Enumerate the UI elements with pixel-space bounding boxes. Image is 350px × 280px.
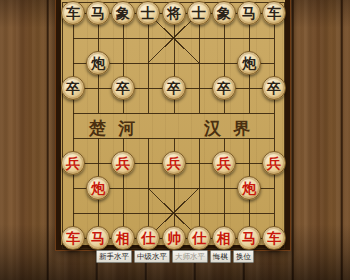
button-novice-level[interactable]: 新手水平: [96, 250, 132, 263]
xiangqi-game-screen: 楚河 汉界 车马象士将士象马车炮炮卒卒卒卒卒兵兵兵兵兵炮炮车马相仕帅仕相马车 新…: [0, 0, 350, 280]
piece-red-elephant-1[interactable]: 相: [111, 226, 135, 250]
piece-red-elephant-2[interactable]: 相: [212, 226, 236, 250]
piece-black-advisor-2[interactable]: 士: [187, 1, 211, 25]
piece-red-cannon-2[interactable]: 炮: [237, 176, 261, 200]
piece-black-cannon-1[interactable]: 炮: [86, 51, 110, 75]
piece-red-general[interactable]: 帅: [162, 226, 186, 250]
piece-red-rook-2[interactable]: 车: [262, 226, 286, 250]
piece-black-soldier-1[interactable]: 卒: [61, 76, 85, 100]
piece-red-horse-2[interactable]: 马: [237, 226, 261, 250]
piece-black-rook-1[interactable]: 车: [61, 1, 85, 25]
piece-red-advisor-2[interactable]: 仕: [187, 226, 211, 250]
piece-black-soldier-5[interactable]: 卒: [262, 76, 286, 100]
piece-red-cannon-1[interactable]: 炮: [86, 176, 110, 200]
piece-red-soldier-5[interactable]: 兵: [262, 151, 286, 175]
button-undo-move[interactable]: 悔棋: [210, 250, 231, 263]
piece-black-soldier-3[interactable]: 卒: [162, 76, 186, 100]
piece-black-general[interactable]: 将: [162, 1, 186, 25]
piece-red-soldier-3[interactable]: 兵: [162, 151, 186, 175]
piece-red-soldier-4[interactable]: 兵: [212, 151, 236, 175]
button-master-level: 大师水平: [172, 250, 208, 263]
piece-black-elephant-2[interactable]: 象: [212, 1, 236, 25]
piece-black-soldier-2[interactable]: 卒: [111, 76, 135, 100]
piece-black-rook-2[interactable]: 车: [262, 1, 286, 25]
piece-red-horse-1[interactable]: 马: [86, 226, 110, 250]
piece-black-horse-2[interactable]: 马: [237, 1, 261, 25]
button-swap-sides[interactable]: 换位: [233, 250, 254, 263]
piece-red-advisor-1[interactable]: 仕: [136, 226, 160, 250]
pieces-layer: 车马象士将士象马车炮炮卒卒卒卒卒兵兵兵兵兵炮炮车马相仕帅仕相马车: [0, 0, 350, 280]
piece-black-cannon-2[interactable]: 炮: [237, 51, 261, 75]
piece-red-soldier-2[interactable]: 兵: [111, 151, 135, 175]
piece-black-advisor-1[interactable]: 士: [136, 1, 160, 25]
piece-black-soldier-4[interactable]: 卒: [212, 76, 236, 100]
piece-red-soldier-1[interactable]: 兵: [61, 151, 85, 175]
piece-black-elephant-1[interactable]: 象: [111, 1, 135, 25]
control-bar: 新手水平中级水平大师水平悔棋换位: [0, 250, 350, 263]
button-intermediate-level[interactable]: 中级水平: [134, 250, 170, 263]
piece-red-rook-1[interactable]: 车: [61, 226, 85, 250]
piece-black-horse-1[interactable]: 马: [86, 1, 110, 25]
